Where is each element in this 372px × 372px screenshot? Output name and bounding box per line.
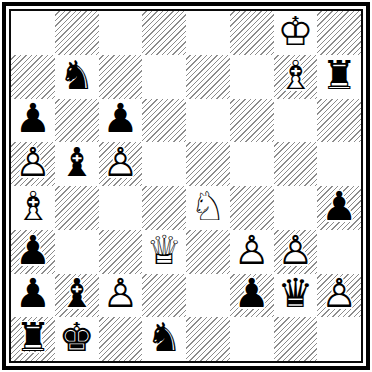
square-a7[interactable] (11, 55, 55, 99)
black-queen: ♛ (277, 274, 313, 314)
square-b5[interactable]: ♝♝ (55, 142, 99, 186)
square-c3[interactable] (99, 230, 143, 274)
square-h5[interactable] (317, 142, 361, 186)
square-f5[interactable] (230, 142, 274, 186)
square-g8[interactable]: ♚♔ (274, 11, 318, 55)
black-pawn: ♟ (15, 274, 51, 314)
chess-board: ♚♔♞♞♝♗♜♜♟♟♟♟♟♙♝♝♟♙♝♗♞♘♟♟♟♟♛♕♟♙♟♙♟♟♝♝♟♙♟♟… (9, 9, 363, 363)
white-bishop: ♗ (277, 55, 313, 95)
white-bishop: ♗ (15, 186, 51, 226)
square-a3[interactable]: ♟♟ (11, 230, 55, 274)
black-pawn: ♟ (234, 274, 270, 314)
square-g1[interactable] (274, 317, 318, 361)
square-c2[interactable]: ♟♙ (99, 274, 143, 318)
square-g4[interactable] (274, 186, 318, 230)
black-bishop: ♝ (59, 143, 95, 183)
square-d8[interactable] (142, 11, 186, 55)
square-f3[interactable]: ♟♙ (230, 230, 274, 274)
square-f7[interactable] (230, 55, 274, 99)
square-d7[interactable] (142, 55, 186, 99)
square-d5[interactable] (142, 142, 186, 186)
square-d6[interactable] (142, 99, 186, 143)
square-h4[interactable]: ♟♟ (317, 186, 361, 230)
square-g5[interactable] (274, 142, 318, 186)
square-e3[interactable] (186, 230, 230, 274)
square-d3[interactable]: ♛♕ (142, 230, 186, 274)
square-d4[interactable] (142, 186, 186, 230)
square-b8[interactable] (55, 11, 99, 55)
square-h7[interactable]: ♜♜ (317, 55, 361, 99)
square-a6[interactable]: ♟♟ (11, 99, 55, 143)
square-c5[interactable]: ♟♙ (99, 142, 143, 186)
black-pawn: ♟ (15, 230, 51, 270)
square-b6[interactable] (55, 99, 99, 143)
square-g2[interactable]: ♛♛ (274, 274, 318, 318)
square-g6[interactable] (274, 99, 318, 143)
square-g7[interactable]: ♝♗ (274, 55, 318, 99)
black-rook: ♜ (15, 318, 51, 358)
black-pawn: ♟ (15, 99, 51, 139)
black-rook: ♜ (321, 55, 357, 95)
square-e1[interactable] (186, 317, 230, 361)
square-e8[interactable] (186, 11, 230, 55)
square-h3[interactable] (317, 230, 361, 274)
square-b4[interactable] (55, 186, 99, 230)
square-f4[interactable] (230, 186, 274, 230)
square-g3[interactable]: ♟♙ (274, 230, 318, 274)
white-pawn: ♙ (15, 143, 51, 183)
white-pawn: ♙ (321, 274, 357, 314)
square-c7[interactable] (99, 55, 143, 99)
square-h1[interactable] (317, 317, 361, 361)
square-c6[interactable]: ♟♟ (99, 99, 143, 143)
black-pawn: ♟ (102, 99, 138, 139)
square-f8[interactable] (230, 11, 274, 55)
square-h6[interactable] (317, 99, 361, 143)
black-knight: ♞ (59, 55, 95, 95)
black-knight: ♞ (146, 318, 182, 358)
white-pawn: ♙ (102, 143, 138, 183)
chess-diagram: ♚♔♞♞♝♗♜♜♟♟♟♟♟♙♝♝♟♙♝♗♞♘♟♟♟♟♛♕♟♙♟♙♟♟♝♝♟♙♟♟… (0, 0, 372, 372)
square-b1[interactable]: ♚♚ (55, 317, 99, 361)
square-e6[interactable] (186, 99, 230, 143)
square-e5[interactable] (186, 142, 230, 186)
square-b2[interactable]: ♝♝ (55, 274, 99, 318)
square-e7[interactable] (186, 55, 230, 99)
black-king: ♚ (59, 318, 95, 358)
white-pawn: ♙ (277, 230, 313, 270)
square-f6[interactable] (230, 99, 274, 143)
square-b7[interactable]: ♞♞ (55, 55, 99, 99)
square-c8[interactable] (99, 11, 143, 55)
white-pawn: ♙ (234, 230, 270, 270)
square-e2[interactable] (186, 274, 230, 318)
square-h8[interactable] (317, 11, 361, 55)
square-f2[interactable]: ♟♟ (230, 274, 274, 318)
square-d1[interactable]: ♞♞ (142, 317, 186, 361)
square-h2[interactable]: ♟♙ (317, 274, 361, 318)
white-knight: ♘ (190, 186, 226, 226)
black-pawn: ♟ (321, 186, 357, 226)
square-a5[interactable]: ♟♙ (11, 142, 55, 186)
board-frame: ♚♔♞♞♝♗♜♜♟♟♟♟♟♙♝♝♟♙♝♗♞♘♟♟♟♟♛♕♟♙♟♙♟♟♝♝♟♙♟♟… (2, 2, 370, 370)
white-pawn: ♙ (102, 274, 138, 314)
square-e4[interactable]: ♞♘ (186, 186, 230, 230)
square-f1[interactable] (230, 317, 274, 361)
square-b3[interactable] (55, 230, 99, 274)
square-a1[interactable]: ♜♜ (11, 317, 55, 361)
square-a8[interactable] (11, 11, 55, 55)
square-a2[interactable]: ♟♟ (11, 274, 55, 318)
square-c4[interactable] (99, 186, 143, 230)
square-c1[interactable] (99, 317, 143, 361)
square-d2[interactable] (142, 274, 186, 318)
square-a4[interactable]: ♝♗ (11, 186, 55, 230)
black-bishop: ♝ (59, 274, 95, 314)
white-king: ♔ (277, 11, 313, 51)
white-queen: ♕ (146, 230, 182, 270)
